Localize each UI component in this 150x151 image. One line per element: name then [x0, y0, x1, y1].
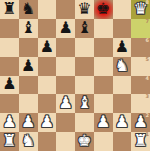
square-g7[interactable] [113, 19, 132, 38]
square-g2[interactable]: ♟ [113, 113, 132, 132]
square-g8[interactable] [113, 0, 132, 19]
square-e5[interactable] [75, 57, 94, 76]
piece-white-knight-b1[interactable]: ♞ [21, 133, 35, 149]
piece-white-king-e1[interactable]: ♚ [77, 133, 91, 149]
piece-white-pawn-d3[interactable]: ♟ [58, 95, 72, 111]
square-g4[interactable] [113, 76, 132, 95]
square-f1[interactable] [94, 132, 113, 151]
square-g5[interactable]: ♞ [113, 57, 132, 76]
square-d3[interactable]: ♟ [56, 94, 75, 113]
square-a1[interactable]: ♜ [0, 132, 19, 151]
piece-white-bishop-e3[interactable]: ♝ [77, 95, 91, 111]
square-d7[interactable]: ♟ [56, 19, 75, 38]
piece-black-pawn-a4[interactable]: ♟ [2, 76, 16, 92]
square-b1[interactable]: ♞ [19, 132, 38, 151]
rank-label-7: 7 [146, 19, 149, 24]
square-c1[interactable] [38, 132, 57, 151]
piece-black-knight-b8[interactable]: ♞ [21, 1, 35, 17]
piece-black-bishop-e7[interactable]: ♝ [77, 20, 91, 36]
square-e8[interactable]: ♛ [75, 0, 94, 19]
square-d6[interactable] [56, 38, 75, 57]
square-f2[interactable]: ♟ [94, 113, 113, 132]
square-c7[interactable] [38, 19, 57, 38]
square-a6[interactable] [0, 38, 19, 57]
square-h4[interactable]: 4 [131, 76, 150, 95]
square-a4[interactable]: ♟ [0, 76, 19, 95]
square-b3[interactable] [19, 94, 38, 113]
square-c2[interactable]: ♟ [38, 113, 57, 132]
square-g6[interactable]: ♟ [113, 38, 132, 57]
piece-white-rook-h1[interactable]: ♜ [133, 133, 147, 149]
piece-white-pawn-b2[interactable]: ♟ [21, 114, 35, 130]
rank-label-5: 5 [146, 57, 149, 62]
piece-black-queen-e8[interactable]: ♛ [77, 1, 91, 17]
rank-label-3: 3 [146, 94, 149, 99]
square-a5[interactable] [0, 57, 19, 76]
square-d5[interactable] [56, 57, 75, 76]
piece-white-pawn-a2[interactable]: ♟ [2, 114, 16, 130]
square-e6[interactable] [75, 38, 94, 57]
square-f6[interactable] [94, 38, 113, 57]
square-f5[interactable] [94, 57, 113, 76]
square-g1[interactable] [113, 132, 132, 151]
rank-label-6: 6 [146, 38, 149, 43]
piece-black-bishop-b7[interactable]: ♝ [21, 20, 35, 36]
square-a8[interactable]: ♜ [0, 0, 19, 19]
square-d8[interactable] [56, 0, 75, 19]
square-b2[interactable]: ♟ [19, 113, 38, 132]
square-c4[interactable] [38, 76, 57, 95]
rank-label-4: 4 [146, 76, 149, 81]
piece-white-pawn-c2[interactable]: ♟ [40, 114, 54, 130]
square-b6[interactable] [19, 38, 38, 57]
square-a3[interactable] [0, 94, 19, 113]
square-d2[interactable] [56, 113, 75, 132]
square-h3[interactable]: 3 [131, 94, 150, 113]
square-d4[interactable] [56, 76, 75, 95]
square-f8[interactable]: ♚ [94, 0, 113, 19]
piece-black-pawn-b5[interactable]: ♟ [21, 58, 35, 74]
square-a2[interactable]: ♟ [0, 113, 19, 132]
piece-black-pawn-g6[interactable]: ♟ [115, 39, 129, 55]
square-b8[interactable]: ♞ [19, 0, 38, 19]
piece-white-rook-a1[interactable]: ♜ [2, 133, 16, 149]
piece-black-rook-a8[interactable]: ♜ [2, 1, 16, 17]
square-e4[interactable] [75, 76, 94, 95]
piece-white-queen-h8[interactable]: ♛ [133, 1, 147, 17]
square-g3[interactable] [113, 94, 132, 113]
piece-black-king-f8[interactable]: ♚ [96, 1, 110, 17]
piece-white-pawn-g2[interactable]: ♟ [115, 114, 129, 130]
square-b5[interactable]: ♟ [19, 57, 38, 76]
square-h1[interactable]: ♜1 [131, 132, 150, 151]
square-c5[interactable] [38, 57, 57, 76]
chess-board: ♜♞♛♚♛8♝♟♝7♟♟6♟♞5♟4♟♝3♟♟♟♟♟♟2♜♞♚♜1 [0, 0, 150, 151]
square-c8[interactable] [38, 0, 57, 19]
square-b7[interactable]: ♝ [19, 19, 38, 38]
square-e1[interactable]: ♚ [75, 132, 94, 151]
piece-white-pawn-h2[interactable]: ♟ [133, 114, 147, 130]
square-d1[interactable] [56, 132, 75, 151]
square-c3[interactable] [38, 94, 57, 113]
square-h7[interactable]: 7 [131, 19, 150, 38]
square-c6[interactable]: ♟ [38, 38, 57, 57]
piece-black-pawn-d7[interactable]: ♟ [58, 20, 72, 36]
square-a7[interactable] [0, 19, 19, 38]
square-h8[interactable]: ♛8 [131, 0, 150, 19]
piece-white-pawn-f2[interactable]: ♟ [96, 114, 110, 130]
square-e2[interactable] [75, 113, 94, 132]
square-e3[interactable]: ♝ [75, 94, 94, 113]
square-f3[interactable] [94, 94, 113, 113]
square-e7[interactable]: ♝ [75, 19, 94, 38]
piece-black-pawn-c6[interactable]: ♟ [40, 39, 54, 55]
square-h6[interactable]: 6 [131, 38, 150, 57]
piece-white-knight-g5[interactable]: ♞ [115, 58, 129, 74]
square-h5[interactable]: 5 [131, 57, 150, 76]
square-h2[interactable]: ♟2 [131, 113, 150, 132]
square-f7[interactable] [94, 19, 113, 38]
square-f4[interactable] [94, 76, 113, 95]
square-b4[interactable] [19, 76, 38, 95]
